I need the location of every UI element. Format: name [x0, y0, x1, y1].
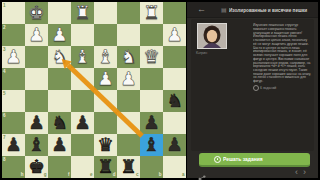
square-d2[interactable]: [94, 24, 117, 46]
square-c5[interactable]: [117, 90, 140, 112]
square-h7[interactable]: 7♟: [2, 134, 25, 156]
square-e6[interactable]: ♟: [71, 112, 94, 134]
square-a8[interactable]: a: [163, 156, 186, 178]
square-a3[interactable]: [163, 46, 186, 68]
square-h4[interactable]: 4: [2, 68, 25, 90]
square-a2[interactable]: ♟: [163, 24, 186, 46]
file-label-e: e: [90, 172, 93, 177]
piece-bP-e6[interactable]: ♟: [71, 112, 94, 134]
lesson-card: Кэтрин Изучение пешечных структур помога…: [191, 19, 314, 151]
avatar: [197, 23, 227, 49]
share-icon[interactable]: [198, 169, 206, 180]
piece-wR-b1[interactable]: ♜: [140, 2, 163, 24]
square-a7[interactable]: ♟: [163, 134, 186, 156]
square-h6[interactable]: 6: [2, 112, 25, 134]
square-h5[interactable]: 5: [2, 90, 25, 112]
square-f1[interactable]: [48, 2, 71, 24]
lessons-icon: ▤: [221, 7, 227, 13]
square-d8[interactable]: d♜: [94, 156, 117, 178]
piece-bP-a7[interactable]: ♟: [163, 134, 186, 156]
square-b1[interactable]: ♜: [140, 2, 163, 24]
bottom-nav: ‹›: [187, 168, 318, 178]
square-f5[interactable]: [48, 90, 71, 112]
square-b3[interactable]: ♛: [140, 46, 163, 68]
square-c6[interactable]: [117, 112, 140, 134]
piece-bN-a5[interactable]: ♞: [163, 90, 186, 112]
file-label-a: a: [182, 172, 185, 177]
square-f3[interactable]: ♞: [48, 46, 71, 68]
lesson-sidebar: ← ▤ Изолированные и висячие пешки Кэтрин…: [187, 2, 318, 178]
piece-wQ-b3[interactable]: ♛: [140, 46, 163, 68]
piece-bP-h7[interactable]: ♟: [2, 134, 25, 156]
square-e8[interactable]: e: [71, 156, 94, 178]
square-g5[interactable]: [25, 90, 48, 112]
file-label-b: b: [159, 172, 162, 177]
square-f2[interactable]: ♟: [48, 24, 71, 46]
square-d5[interactable]: [94, 90, 117, 112]
square-f7[interactable]: ♟: [48, 134, 71, 156]
tasks-row: 6 заданий: [253, 84, 293, 91]
piece-wR-e1[interactable]: ♜: [71, 2, 94, 24]
piece-bQ-d7[interactable]: ♛: [94, 134, 117, 156]
tasks-count-label: 6 заданий: [260, 86, 276, 90]
square-h8[interactable]: 8h: [2, 156, 25, 178]
piece-bR-c8[interactable]: ♜: [117, 156, 140, 178]
piece-wK-g1[interactable]: ♚: [25, 2, 48, 24]
square-d3[interactable]: ♝: [94, 46, 117, 68]
rank-label-6: 6: [3, 113, 6, 118]
rank-label-2: 2: [3, 25, 6, 30]
rank-label-5: 5: [3, 91, 6, 96]
piece-bN-f6[interactable]: ♞: [48, 112, 71, 134]
author-name: Кэтрин: [191, 51, 212, 55]
square-g8[interactable]: g♚: [25, 156, 48, 178]
prev-next-nav[interactable]: ‹›: [295, 167, 311, 177]
square-a5[interactable]: ♞: [163, 90, 186, 112]
square-e7[interactable]: [71, 134, 94, 156]
piece-wN-f3[interactable]: ♞: [48, 46, 71, 68]
piece-wN-c3[interactable]: ♞: [117, 46, 140, 68]
piece-bB-g7[interactable]: ♝: [25, 134, 48, 156]
square-f8[interactable]: f: [48, 156, 71, 178]
square-c8[interactable]: c♜: [117, 156, 140, 178]
rank-label-1: 1: [3, 3, 6, 8]
square-b5[interactable]: [140, 90, 163, 112]
piece-bB-b7[interactable]: ♝: [140, 134, 163, 156]
piece-wP-a2[interactable]: ♟: [163, 24, 186, 46]
square-c2[interactable]: [117, 24, 140, 46]
solve-tasks-button[interactable]: Решать задания: [199, 153, 310, 167]
file-label-h: h: [21, 172, 24, 177]
rank-label-4: 4: [3, 69, 6, 74]
square-h3[interactable]: 3♟: [2, 46, 25, 68]
square-c3[interactable]: ♞: [117, 46, 140, 68]
square-b2[interactable]: [140, 24, 163, 46]
square-e4[interactable]: [71, 68, 94, 90]
square-d1[interactable]: [94, 2, 117, 24]
square-f4[interactable]: [48, 68, 71, 90]
sidebar-topbar: ← ▤ Изолированные и висячие пешки: [187, 2, 318, 18]
piece-wP-h3[interactable]: ♟: [2, 46, 25, 68]
square-c7[interactable]: [117, 134, 140, 156]
tasks-count-icon: [253, 85, 259, 91]
square-c1[interactable]: [117, 2, 140, 24]
square-h1[interactable]: 1: [2, 2, 25, 24]
square-a4[interactable]: [163, 68, 186, 90]
target-icon: [214, 156, 221, 163]
back-icon[interactable]: ←: [197, 3, 206, 16]
piece-wB-d3[interactable]: ♝: [94, 46, 117, 68]
square-f6[interactable]: ♞: [48, 112, 71, 134]
square-d6[interactable]: [94, 112, 117, 134]
piece-wP-f2[interactable]: ♟: [48, 24, 71, 46]
square-g4[interactable]: [25, 68, 48, 90]
piece-bP-b6[interactable]: ♟: [140, 112, 163, 134]
square-d4[interactable]: ♟: [94, 68, 117, 90]
square-d7[interactable]: ♛: [94, 134, 117, 156]
piece-wP-c4[interactable]: ♟: [117, 68, 140, 90]
piece-wB-e3[interactable]: ♝: [71, 46, 94, 68]
square-e1[interactable]: ♜: [71, 2, 94, 24]
square-b7[interactable]: ♝: [140, 134, 163, 156]
square-e5[interactable]: [71, 90, 94, 112]
prev-icon: ‹: [295, 167, 303, 177]
square-e3[interactable]: ♝: [71, 46, 94, 68]
chess-board[interactable]: 1♚♜♜2♟♟♟3♟♞♝♝♞♛4♟♟5♞6♟♞♟♟7♟♝♟♛♝♟8hg♚fed♜…: [2, 2, 186, 178]
square-g1[interactable]: ♚: [25, 2, 48, 24]
square-b6[interactable]: ♟: [140, 112, 163, 134]
square-g7[interactable]: ♝: [25, 134, 48, 156]
piece-bK-g8[interactable]: ♚: [25, 156, 48, 178]
square-g6[interactable]: ♟: [25, 112, 48, 134]
next-icon: ›: [303, 167, 311, 177]
piece-wP-d4[interactable]: ♟: [94, 68, 117, 90]
lesson-text: Изучение пешечных структур помогает сове…: [253, 23, 311, 83]
solve-tasks-label: Решать задания: [223, 156, 263, 162]
piece-wP-g2[interactable]: ♟: [25, 24, 48, 46]
square-e2[interactable]: [71, 24, 94, 46]
board-grid[interactable]: 1♚♜♜2♟♟♟3♟♞♝♝♞♛4♟♟5♞6♟♞♟♟7♟♝♟♛♝♟8hg♚fed♜…: [2, 2, 186, 178]
lesson-title: Изолированные и висячие пешки: [229, 7, 307, 12]
file-label-f: f: [68, 172, 70, 177]
square-a1[interactable]: [163, 2, 186, 24]
square-c4[interactable]: ♟: [117, 68, 140, 90]
piece-bR-d8[interactable]: ♜: [94, 156, 117, 178]
title-row: ▤ Изолированные и висячие пешки: [221, 2, 320, 17]
rank-label-8: 8: [3, 157, 6, 162]
piece-bP-f7[interactable]: ♟: [48, 134, 71, 156]
square-a6[interactable]: [163, 112, 186, 134]
square-g2[interactable]: ♟: [25, 24, 48, 46]
square-b4[interactable]: [140, 68, 163, 90]
square-b8[interactable]: b: [140, 156, 163, 178]
square-g3[interactable]: [25, 46, 48, 68]
piece-bP-g6[interactable]: ♟: [25, 112, 48, 134]
square-h2[interactable]: 2: [2, 24, 25, 46]
